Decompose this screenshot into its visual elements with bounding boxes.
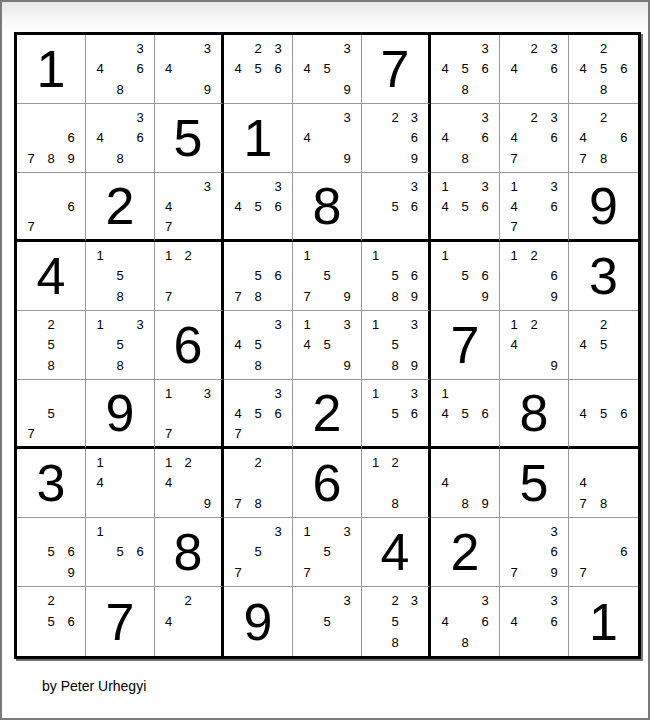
given-digit: 7 [86,587,154,656]
cell-r4c1[interactable]: 4 [17,242,86,311]
candidate-digit: 2 [593,314,613,335]
candidate-digit: 4 [90,473,110,494]
candidate-digit [593,355,613,376]
candidate-digit [593,128,613,149]
given-digit: 1 [17,35,85,103]
candidate-digit: 6 [614,128,634,149]
candidate-grid: 13459 [293,311,361,379]
cell-r8c4[interactable]: 357 [224,518,293,587]
candidate-digit [198,245,217,266]
cell-r2c9[interactable]: 24678 [569,104,638,173]
cell-r4c6[interactable]: 15689 [362,242,431,311]
candidate-digit [544,148,564,169]
cell-r9c1[interactable]: 256 [17,587,86,656]
candidate-digit [573,79,593,100]
candidate-digit: 7 [159,216,178,236]
cell-r5c8[interactable]: 1249 [500,311,569,380]
candidate-digit: 6 [475,196,495,216]
cell-r5c5[interactable]: 13459 [293,311,362,380]
candidate-digit [593,542,613,563]
candidate-digit: 1 [159,383,178,403]
candidate-grid: 13589 [362,311,428,379]
candidate-digit [228,314,248,335]
candidate-digit [573,452,593,473]
candidate-digit [524,590,544,611]
candidate-digit [614,148,634,169]
candidate-digit: 7 [504,562,524,583]
candidate-digit: 5 [248,542,268,563]
candidate-digit: 1 [297,245,317,266]
cell-r5c3[interactable]: 6 [155,311,224,380]
cell-r2c3[interactable]: 5 [155,104,224,173]
candidate-digit [435,148,455,169]
cell-r1c9[interactable]: 24568 [569,35,638,104]
candidate-digit [41,632,61,653]
cell-r9c5[interactable]: 35 [293,587,362,656]
cell-r2c7[interactable]: 3468 [431,104,500,173]
cell-r9c2[interactable]: 7 [86,587,155,656]
cell-r6c2[interactable]: 9 [86,380,155,449]
cell-r7c2[interactable]: 14 [86,449,155,518]
candidate-digit [268,216,288,236]
candidate-digit: 5 [248,59,268,80]
candidate-digit: 4 [435,59,455,80]
cell-r2c5[interactable]: 349 [293,104,362,173]
cell-r1c8[interactable]: 2346 [500,35,569,104]
candidate-digit: 4 [435,611,455,632]
candidate-digit: 6 [475,59,495,80]
candidate-digit: 6 [268,196,288,216]
candidate-digit: 5 [593,59,613,80]
candidate-grid: 1579 [293,242,361,310]
candidate-digit: 3 [405,107,424,128]
candidate-digit: 6 [130,128,150,149]
candidate-digit: 3 [475,38,495,59]
candidate-digit: 6 [130,542,150,563]
candidate-digit: 9 [544,286,564,307]
candidate-digit [435,590,455,611]
cell-r7c4[interactable]: 278 [224,449,293,518]
candidate-digit [573,542,593,563]
cell-r7c3[interactable]: 1249 [155,449,224,518]
candidate-digit [524,59,544,80]
given-digit: 3 [17,449,85,517]
candidate-digit: 5 [385,611,404,632]
candidate-digit [614,107,634,128]
candidate-digit: 1 [297,314,317,335]
candidate-digit: 7 [228,493,248,514]
cell-r3c1[interactable]: 67 [17,173,86,242]
candidate-digit [317,38,337,59]
candidate-digit [228,176,248,196]
candidate-digit [573,38,593,59]
candidate-digit [248,245,268,266]
candidate-digit: 4 [228,59,248,80]
candidate-digit: 6 [475,611,495,632]
candidate-grid: 23467 [500,104,568,172]
candidate-digit [178,79,197,100]
cell-r8c7[interactable]: 2 [431,518,500,587]
candidate-digit: 3 [198,176,217,196]
cell-r5c9[interactable]: 245 [569,311,638,380]
candidate-digit: 6 [544,128,564,149]
candidate-digit: 4 [504,196,524,216]
candidate-digit: 3 [337,521,357,542]
cell-r1c4[interactable]: 23456 [224,35,293,104]
candidate-digit [130,493,150,514]
candidate-digit [110,493,130,514]
cell-r6c1[interactable]: 57 [17,380,86,449]
cell-r1c1[interactable]: 1 [17,35,86,104]
cell-r5c6[interactable]: 13589 [362,311,431,380]
candidate-digit [593,473,613,494]
cell-r7c1[interactable]: 3 [17,449,86,518]
candidate-digit [405,452,424,473]
candidate-digit [90,335,110,356]
candidate-digit [524,176,544,196]
candidate-digit: 5 [317,335,337,356]
candidate-digit [41,521,61,542]
cell-r6c5[interactable]: 2 [293,380,362,449]
candidate-digit: 7 [21,148,41,169]
candidate-digit: 4 [297,59,317,80]
candidate-digit [297,266,317,287]
candidate-digit: 5 [317,542,337,563]
candidate-digit: 7 [297,286,317,307]
cell-r9c3[interactable]: 24 [155,587,224,656]
candidate-digit [248,423,268,443]
candidate-digit: 5 [41,403,61,423]
given-digit: 2 [86,173,154,239]
cell-r4c3[interactable]: 127 [155,242,224,311]
cell-r6c6[interactable]: 1356 [362,380,431,449]
cell-r6c8[interactable]: 8 [500,380,569,449]
cell-r4c2[interactable]: 158 [86,242,155,311]
cell-r3c2[interactable]: 2 [86,173,155,242]
candidate-digit: 8 [593,79,613,100]
cell-r3c9[interactable]: 9 [569,173,638,242]
candidate-digit [385,216,404,236]
candidate-grid: 128 [362,449,428,517]
candidate-digit [248,562,268,583]
cell-r3c5[interactable]: 8 [293,173,362,242]
candidate-digit [178,611,197,632]
candidate-grid: 1249 [500,311,568,379]
cell-r2c8[interactable]: 23467 [500,104,569,173]
candidate-digit [21,521,41,542]
candidate-digit [435,266,455,287]
candidate-digit [61,632,81,653]
candidate-digit: 4 [228,335,248,356]
cell-r8c1[interactable]: 569 [17,518,86,587]
candidate-digit: 8 [41,355,61,376]
cell-r3c4[interactable]: 3456 [224,173,293,242]
candidate-digit: 4 [573,335,593,356]
cell-r8c3[interactable]: 8 [155,518,224,587]
candidate-digit: 8 [110,355,130,376]
cell-r8c6[interactable]: 4 [362,518,431,587]
cell-r6c7[interactable]: 1456 [431,380,500,449]
candidate-digit: 9 [337,148,357,169]
cell-r8c9[interactable]: 67 [569,518,638,587]
candidate-digit [544,216,564,236]
candidate-digit [178,266,197,287]
candidate-digit: 4 [159,59,178,80]
cell-r9c9[interactable]: 1 [569,587,638,656]
candidate-digit: 4 [159,473,178,494]
candidate-grid: 23456 [224,35,292,103]
candidate-digit: 3 [337,590,357,611]
given-digit: 5 [155,104,221,172]
candidate-digit [297,79,317,100]
candidate-digit: 5 [248,335,268,356]
candidate-digit [405,473,424,494]
cell-r1c5[interactable]: 3459 [293,35,362,104]
candidate-digit: 7 [297,562,317,583]
given-digit: 2 [293,380,361,446]
cell-r7c8[interactable]: 5 [500,449,569,518]
cell-r9c4[interactable]: 9 [224,587,293,656]
cell-r6c4[interactable]: 34567 [224,380,293,449]
candidate-digit [198,452,217,473]
cell-r4c4[interactable]: 5678 [224,242,293,311]
candidate-digit [475,473,495,494]
cell-r2c2[interactable]: 3468 [86,104,155,173]
cell-r3c6[interactable]: 356 [362,173,431,242]
candidate-digit: 3 [337,107,357,128]
cell-r7c9[interactable]: 478 [569,449,638,518]
candidate-grid: 3458 [224,311,292,379]
candidate-digit [475,632,495,653]
candidate-digit [159,403,178,423]
candidate-digit [268,355,288,376]
candidate-digit [475,148,495,169]
candidate-digit: 6 [475,266,495,287]
cell-r7c5[interactable]: 6 [293,449,362,518]
candidate-digit [366,493,385,514]
candidate-digit [228,245,248,266]
candidate-digit [475,245,495,266]
candidate-digit: 6 [614,403,634,423]
candidate-digit [178,59,197,80]
candidate-digit [61,335,81,356]
candidate-digit: 6 [61,611,81,632]
candidate-digit: 4 [435,403,455,423]
cell-r2c4[interactable]: 1 [224,104,293,173]
candidate-grid: 24678 [569,104,638,172]
candidate-digit [21,562,41,583]
candidate-grid: 156 [86,518,154,586]
candidate-digit: 4 [435,196,455,216]
candidate-digit: 1 [504,245,524,266]
candidate-grid: 1357 [293,518,361,586]
candidate-digit [337,266,357,287]
cell-r2c6[interactable]: 2369 [362,104,431,173]
candidate-digit [435,423,455,443]
candidate-grid: 15689 [362,242,428,310]
candidate-digit [504,632,524,653]
candidate-digit: 7 [159,423,178,443]
candidate-digit [110,38,130,59]
cell-r5c2[interactable]: 1358 [86,311,155,380]
candidate-digit [198,632,217,653]
candidate-digit [317,79,337,100]
given-digit: 9 [224,587,292,656]
cell-r1c3[interactable]: 349 [155,35,224,104]
candidate-digit [228,266,248,287]
cell-r8c2[interactable]: 156 [86,518,155,587]
candidate-digit [228,38,248,59]
cell-r2c1[interactable]: 6789 [17,104,86,173]
candidate-digit [61,590,81,611]
candidate-grid: 1269 [500,242,568,310]
candidate-digit: 5 [317,611,337,632]
candidate-digit [337,59,357,80]
candidate-digit [297,632,317,653]
candidate-grid: 67 [17,173,85,239]
candidate-digit: 8 [385,355,404,376]
cell-r9c8[interactable]: 346 [500,587,569,656]
given-digit: 9 [86,380,154,446]
candidate-digit [544,335,564,356]
candidate-grid: 456 [569,380,638,446]
candidate-digit: 4 [573,473,593,494]
candidate-digit: 5 [41,611,61,632]
candidate-digit [405,611,424,632]
cell-r5c4[interactable]: 3458 [224,311,293,380]
candidate-digit: 7 [573,148,593,169]
cell-r6c9[interactable]: 456 [569,380,638,449]
candidate-digit: 7 [21,216,41,236]
candidate-digit: 5 [593,403,613,423]
cell-r7c6[interactable]: 128 [362,449,431,518]
candidate-digit [130,245,150,266]
candidate-digit: 3 [268,521,288,542]
cell-r4c5[interactable]: 1579 [293,242,362,311]
candidate-digit [614,38,634,59]
candidate-digit [366,403,385,423]
candidate-digit [61,314,81,335]
candidate-digit: 9 [337,286,357,307]
candidate-digit: 2 [248,38,268,59]
candidate-digit: 1 [366,245,385,266]
candidate-digit: 8 [110,148,130,169]
candidate-digit [248,216,268,236]
cell-r5c7[interactable]: 7 [431,311,500,380]
candidate-grid: 1358 [86,311,154,379]
cell-r9c6[interactable]: 2358 [362,587,431,656]
candidate-digit [268,493,288,514]
candidate-digit: 3 [544,38,564,59]
candidate-digit: 2 [385,590,404,611]
candidate-digit [248,79,268,100]
candidate-digit [41,423,61,443]
candidate-digit: 5 [455,266,475,287]
candidate-digit: 5 [248,266,268,287]
candidate-grid: 137 [155,380,221,446]
candidate-digit [317,245,337,266]
candidate-digit [317,590,337,611]
cell-r1c7[interactable]: 34568 [431,35,500,104]
cell-r3c3[interactable]: 347 [155,173,224,242]
candidate-digit [198,590,217,611]
candidate-digit [524,632,544,653]
candidate-digit [198,611,217,632]
candidate-digit [524,216,544,236]
candidate-digit [110,59,130,80]
candidate-digit [90,79,110,100]
candidate-digit [573,355,593,376]
cell-r4c7[interactable]: 1569 [431,242,500,311]
candidate-digit [366,355,385,376]
cell-r3c7[interactable]: 13456 [431,173,500,242]
cell-r6c3[interactable]: 137 [155,380,224,449]
candidate-grid: 13456 [431,173,499,239]
cell-r1c2[interactable]: 3468 [86,35,155,104]
candidate-digit: 9 [61,148,81,169]
candidate-digit [90,38,110,59]
candidate-digit: 9 [405,355,424,376]
given-digit: 6 [293,449,361,517]
candidate-digit [614,521,634,542]
candidate-digit [90,107,110,128]
cell-r5c1[interactable]: 258 [17,311,86,380]
candidate-digit: 5 [385,196,404,216]
candidate-digit [337,335,357,356]
candidate-digit [21,176,41,196]
candidate-digit [435,107,455,128]
sudoku-grid: 1346834923456345973456823462456867893468… [14,32,641,659]
cell-r4c8[interactable]: 1269 [500,242,569,311]
candidate-digit [198,423,217,443]
candidate-digit [90,266,110,287]
candidate-digit [475,216,495,236]
candidate-digit [435,79,455,100]
candidate-grid: 278 [224,449,292,517]
candidate-digit [366,611,385,632]
cell-r4c9[interactable]: 3 [569,242,638,311]
candidate-digit: 8 [385,286,404,307]
cell-r8c8[interactable]: 3679 [500,518,569,587]
cell-r3c8[interactable]: 13467 [500,173,569,242]
cell-r7c7[interactable]: 489 [431,449,500,518]
candidate-digit [504,521,524,542]
candidate-digit: 6 [268,59,288,80]
candidate-digit [614,423,634,443]
candidate-digit: 3 [405,590,424,611]
candidate-digit: 7 [21,423,41,443]
candidate-digit [614,452,634,473]
candidate-digit [268,286,288,307]
candidate-digit: 6 [544,59,564,80]
candidate-digit: 3 [130,314,150,335]
candidate-digit [61,216,81,236]
candidate-grid: 24568 [569,35,638,103]
candidate-digit [455,383,475,403]
cell-r1c6[interactable]: 7 [362,35,431,104]
candidate-digit [268,79,288,100]
candidate-digit [475,423,495,443]
candidate-digit [159,176,178,196]
candidate-digit [504,590,524,611]
candidate-digit [366,216,385,236]
candidate-digit [178,176,197,196]
candidate-digit: 8 [248,355,268,376]
candidate-digit: 9 [544,562,564,583]
cell-r9c7[interactable]: 3468 [431,587,500,656]
candidate-digit: 7 [573,493,593,514]
cell-r8c5[interactable]: 1357 [293,518,362,587]
